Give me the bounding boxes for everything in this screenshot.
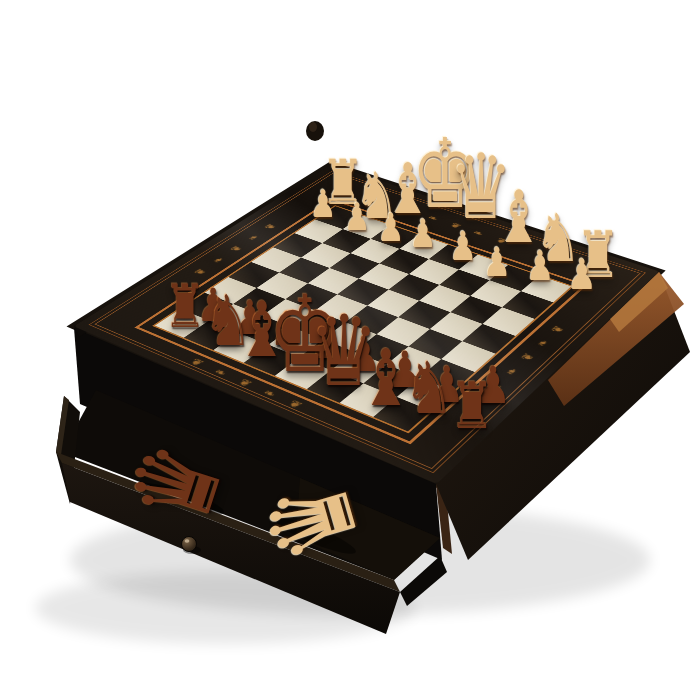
piece-light-pawn[interactable]: ♟ [409, 214, 436, 253]
product-photo-stage: ❦ ❧ ❦ ❧ ❦ ❦ ❧ ❦ ❧ ❦ ❦ ❧ ❦ ❧ ❦ ❦ ❧ ❦ ❧ ❦ … [0, 0, 700, 700]
piece-light-pawn[interactable]: ♟ [344, 198, 371, 236]
piece-light-pawn[interactable]: ♟ [526, 246, 555, 287]
drawer-knob[interactable] [182, 537, 197, 552]
piece-dark-rook[interactable]: ♜ [164, 276, 206, 336]
piece-dark-rook[interactable]: ♜ [450, 374, 495, 438]
drawer-knob-glint [185, 539, 190, 543]
piece-light-pawn[interactable]: ♟ [449, 226, 477, 266]
piece-light-pawn[interactable]: ♟ [377, 208, 404, 247]
piece-light-pawn[interactable]: ♟ [567, 254, 596, 296]
piece-dark-knight[interactable]: ♞ [404, 352, 454, 424]
piece-light-pawn[interactable]: ♟ [483, 242, 511, 282]
back-drawer-knob-highlight [309, 122, 317, 132]
piece-light-pawn[interactable]: ♟ [310, 185, 337, 223]
